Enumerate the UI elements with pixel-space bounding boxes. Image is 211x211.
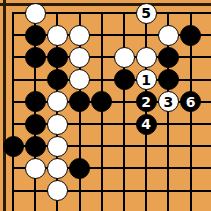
intersection-c5-r9 bbox=[91, 180, 113, 202]
white-stone bbox=[114, 47, 135, 68]
intersection-c2-r3 bbox=[24, 46, 46, 68]
white-stone bbox=[47, 158, 68, 179]
move-6-black-stone: 6 bbox=[180, 91, 201, 112]
black-stone bbox=[25, 25, 46, 46]
intersection-c6-r2 bbox=[113, 24, 135, 46]
intersection-c4-r5 bbox=[69, 91, 91, 113]
intersection-c7-r3 bbox=[135, 46, 157, 68]
intersection-c2-r8 bbox=[24, 157, 46, 179]
white-stone bbox=[25, 158, 46, 179]
white-stone bbox=[47, 25, 68, 46]
intersection-c9-r5: 6 bbox=[180, 91, 202, 113]
intersection-c1-r9 bbox=[2, 180, 24, 202]
intersection-c2-r1 bbox=[24, 2, 46, 24]
intersection-c5-r4 bbox=[91, 69, 113, 91]
intersection-c7-r2 bbox=[135, 24, 157, 46]
white-stone bbox=[69, 69, 90, 90]
intersection-c10-r10 bbox=[202, 202, 211, 211]
intersection-c9-r8 bbox=[180, 157, 202, 179]
intersection-c8-r7 bbox=[157, 135, 179, 157]
intersection-c4-r8 bbox=[69, 157, 91, 179]
intersection-c4-r4 bbox=[69, 69, 91, 91]
intersection-c6-r7 bbox=[113, 135, 135, 157]
intersection-c10-r7 bbox=[202, 135, 211, 157]
intersection-c7-r10 bbox=[135, 202, 157, 211]
black-stone bbox=[25, 91, 46, 112]
intersection-c5-r1 bbox=[91, 2, 113, 24]
white-stone bbox=[47, 91, 68, 112]
white-stone bbox=[136, 47, 157, 68]
intersection-c10-r8 bbox=[202, 157, 211, 179]
intersection-c8-r2 bbox=[157, 24, 179, 46]
intersection-c7-r9 bbox=[135, 180, 157, 202]
intersection-c2-r6 bbox=[24, 113, 46, 135]
intersection-c1-r10 bbox=[2, 202, 24, 211]
intersection-c5-r10 bbox=[91, 202, 113, 211]
move-1-white-stone: 1 bbox=[136, 69, 157, 90]
go-diagram: 512364 bbox=[0, 0, 211, 211]
intersection-c4-r6 bbox=[69, 113, 91, 135]
intersection-c8-r5: 3 bbox=[157, 91, 179, 113]
intersection-c1-r4 bbox=[2, 69, 24, 91]
intersection-c2-r10 bbox=[24, 202, 46, 211]
intersection-c7-r1: 5 bbox=[135, 2, 157, 24]
intersection-c8-r4 bbox=[157, 69, 179, 91]
intersection-c1-r6 bbox=[2, 113, 24, 135]
intersection-c1-r2 bbox=[2, 24, 24, 46]
black-stone bbox=[69, 158, 90, 179]
intersection-c10-r5 bbox=[202, 91, 211, 113]
move-3-white-stone: 3 bbox=[158, 91, 179, 112]
intersection-c4-r7 bbox=[69, 135, 91, 157]
intersection-c1-r1 bbox=[2, 2, 24, 24]
intersection-c8-r9 bbox=[157, 180, 179, 202]
intersection-c5-r7 bbox=[91, 135, 113, 157]
go-board-grid: 512364 bbox=[2, 2, 211, 211]
intersection-c7-r6: 4 bbox=[135, 113, 157, 135]
white-stone bbox=[69, 25, 90, 46]
intersection-c2-r2 bbox=[24, 24, 46, 46]
intersection-c6-r3 bbox=[113, 46, 135, 68]
black-stone bbox=[3, 136, 24, 157]
intersection-c3-r2 bbox=[46, 24, 68, 46]
intersection-c9-r2 bbox=[180, 24, 202, 46]
intersection-c6-r8 bbox=[113, 157, 135, 179]
intersection-c9-r6 bbox=[180, 113, 202, 135]
intersection-c9-r4 bbox=[180, 69, 202, 91]
intersection-c9-r1 bbox=[180, 2, 202, 24]
intersection-c1-r8 bbox=[2, 157, 24, 179]
intersection-c4-r3 bbox=[69, 46, 91, 68]
black-stone bbox=[47, 47, 68, 68]
intersection-c2-r4 bbox=[24, 69, 46, 91]
intersection-c3-r8 bbox=[46, 157, 68, 179]
intersection-c10-r6 bbox=[202, 113, 211, 135]
intersection-c5-r2 bbox=[91, 24, 113, 46]
white-stone bbox=[47, 180, 68, 201]
intersection-c10-r1 bbox=[202, 2, 211, 24]
intersection-c4-r9 bbox=[69, 180, 91, 202]
black-stone bbox=[158, 47, 179, 68]
intersection-c3-r1 bbox=[46, 2, 68, 24]
intersection-c5-r8 bbox=[91, 157, 113, 179]
intersection-c7-r5: 2 bbox=[135, 91, 157, 113]
intersection-c1-r5 bbox=[2, 91, 24, 113]
intersection-c1-r7 bbox=[2, 135, 24, 157]
intersection-c4-r2 bbox=[69, 24, 91, 46]
intersection-c3-r3 bbox=[46, 46, 68, 68]
move-2-black-stone: 2 bbox=[136, 91, 157, 112]
intersection-c9-r9 bbox=[180, 180, 202, 202]
intersection-c6-r4 bbox=[113, 69, 135, 91]
intersection-c3-r10 bbox=[46, 202, 68, 211]
intersection-c10-r2 bbox=[202, 24, 211, 46]
intersection-c10-r9 bbox=[202, 180, 211, 202]
intersection-c1-r3 bbox=[2, 46, 24, 68]
intersection-c3-r6 bbox=[46, 113, 68, 135]
intersection-c6-r9 bbox=[113, 180, 135, 202]
intersection-c8-r1 bbox=[157, 2, 179, 24]
black-stone bbox=[158, 69, 179, 90]
intersection-c2-r9 bbox=[24, 180, 46, 202]
move-4-black-stone: 4 bbox=[136, 114, 157, 135]
intersection-c7-r8 bbox=[135, 157, 157, 179]
black-stone bbox=[25, 114, 46, 135]
white-stone bbox=[47, 114, 68, 135]
intersection-c7-r7 bbox=[135, 135, 157, 157]
intersection-c9-r10 bbox=[180, 202, 202, 211]
black-stone bbox=[47, 69, 68, 90]
intersection-c8-r6 bbox=[157, 113, 179, 135]
intersection-c4-r1 bbox=[69, 2, 91, 24]
white-stone bbox=[69, 47, 90, 68]
intersection-c6-r5 bbox=[113, 91, 135, 113]
intersection-c3-r4 bbox=[46, 69, 68, 91]
black-stone bbox=[91, 91, 112, 112]
intersection-c8-r3 bbox=[157, 46, 179, 68]
intersection-c6-r1 bbox=[113, 2, 135, 24]
intersection-c3-r7 bbox=[46, 135, 68, 157]
intersection-c6-r6 bbox=[113, 113, 135, 135]
intersection-c5-r6 bbox=[91, 113, 113, 135]
white-stone bbox=[25, 3, 46, 24]
black-stone bbox=[180, 25, 201, 46]
intersection-c10-r4 bbox=[202, 69, 211, 91]
intersection-c6-r10 bbox=[113, 202, 135, 211]
intersection-c2-r7 bbox=[24, 135, 46, 157]
black-stone bbox=[69, 91, 90, 112]
intersection-c10-r3 bbox=[202, 46, 211, 68]
move-5-white-stone: 5 bbox=[136, 3, 157, 24]
black-stone bbox=[25, 47, 46, 68]
intersection-c4-r10 bbox=[69, 202, 91, 211]
intersection-c9-r3 bbox=[180, 46, 202, 68]
intersection-c3-r5 bbox=[46, 91, 68, 113]
intersection-c5-r5 bbox=[91, 91, 113, 113]
black-stone bbox=[114, 69, 135, 90]
intersection-c5-r3 bbox=[91, 46, 113, 68]
white-stone bbox=[47, 136, 68, 157]
intersection-c2-r5 bbox=[24, 91, 46, 113]
intersection-c8-r10 bbox=[157, 202, 179, 211]
intersection-c7-r4: 1 bbox=[135, 69, 157, 91]
intersection-c8-r8 bbox=[157, 157, 179, 179]
white-stone bbox=[158, 25, 179, 46]
black-stone bbox=[25, 136, 46, 157]
intersection-c3-r9 bbox=[46, 180, 68, 202]
intersection-c9-r7 bbox=[180, 135, 202, 157]
